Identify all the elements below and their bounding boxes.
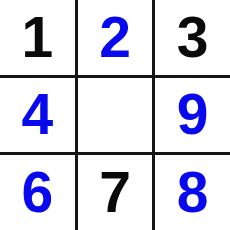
grid-cell-r0c2[interactable]: 3 bbox=[155, 0, 230, 75]
grid-cell-r2c0[interactable]: 6 bbox=[0, 155, 75, 230]
grid-cell-r1c2[interactable]: 9 bbox=[155, 78, 230, 153]
grid-cell-r1c1-empty[interactable] bbox=[78, 78, 153, 153]
grid-cell-r2c2[interactable]: 8 bbox=[155, 155, 230, 230]
grid-cell-r1c0[interactable]: 4 bbox=[0, 78, 75, 153]
sudoku-board: 1 2 3 4 9 6 7 8 bbox=[0, 0, 230, 230]
grid-cell-r0c0[interactable]: 1 bbox=[0, 0, 75, 75]
grid-cell-r2c1[interactable]: 7 bbox=[78, 155, 153, 230]
grid-cell-r0c1[interactable]: 2 bbox=[78, 0, 153, 75]
